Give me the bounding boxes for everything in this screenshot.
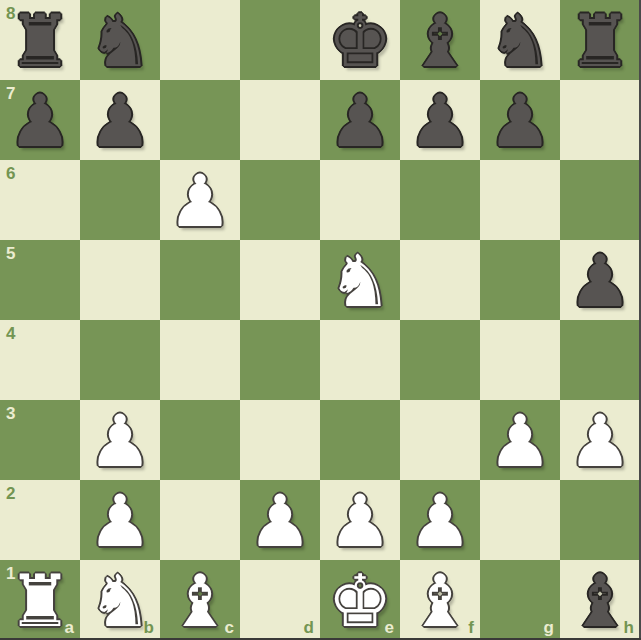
piece-black-knight-g8[interactable]: ♞ [480, 1, 560, 81]
piece-black-bishop-h1[interactable]: ♝ [560, 561, 640, 640]
piece-white-pawn-e2[interactable]: ♟ [320, 481, 400, 561]
square-h5[interactable]: ♟ [560, 240, 640, 320]
square-d7[interactable] [240, 80, 320, 160]
square-h1[interactable]: h♝ [560, 560, 640, 640]
square-g8[interactable]: ♞ [480, 0, 560, 80]
square-f5[interactable] [400, 240, 480, 320]
square-c2[interactable] [160, 480, 240, 560]
square-e7[interactable]: ♟ [320, 80, 400, 160]
piece-black-rook-h8[interactable]: ♜ [560, 1, 640, 81]
square-f8[interactable]: ♝ [400, 0, 480, 80]
square-d5[interactable] [240, 240, 320, 320]
square-c7[interactable] [160, 80, 240, 160]
piece-white-pawn-h3[interactable]: ♟ [560, 401, 640, 481]
piece-black-pawn-b7[interactable]: ♟ [80, 81, 160, 161]
square-e4[interactable] [320, 320, 400, 400]
square-b7[interactable]: ♟ [80, 80, 160, 160]
square-a7[interactable]: 7♟ [0, 80, 80, 160]
square-a8[interactable]: 8♜ [0, 0, 80, 80]
piece-black-rook-a8[interactable]: ♜ [0, 1, 80, 81]
piece-white-bishop-c1[interactable]: ♝ [160, 561, 240, 640]
piece-white-pawn-b2[interactable]: ♟ [80, 481, 160, 561]
square-d6[interactable] [240, 160, 320, 240]
square-c1[interactable]: c♝ [160, 560, 240, 640]
square-g7[interactable]: ♟ [480, 80, 560, 160]
piece-white-knight-b1[interactable]: ♞ [80, 561, 160, 640]
square-e5[interactable]: ♞ [320, 240, 400, 320]
piece-white-rook-a1[interactable]: ♜ [0, 561, 80, 640]
piece-black-pawn-h5[interactable]: ♟ [560, 241, 640, 321]
square-d1[interactable]: d [240, 560, 320, 640]
rank-label-5: 5 [6, 245, 15, 262]
square-f6[interactable] [400, 160, 480, 240]
piece-white-pawn-d2[interactable]: ♟ [240, 481, 320, 561]
piece-black-bishop-f8[interactable]: ♝ [400, 1, 480, 81]
square-a5[interactable]: 5 [0, 240, 80, 320]
piece-white-pawn-g3[interactable]: ♟ [480, 401, 560, 481]
square-h8[interactable]: ♜ [560, 0, 640, 80]
square-g6[interactable] [480, 160, 560, 240]
square-g3[interactable]: ♟ [480, 400, 560, 480]
piece-black-pawn-e7[interactable]: ♟ [320, 81, 400, 161]
square-h4[interactable] [560, 320, 640, 400]
file-label-g: g [544, 619, 554, 636]
square-b5[interactable] [80, 240, 160, 320]
square-g4[interactable] [480, 320, 560, 400]
square-a1[interactable]: 1a♜ [0, 560, 80, 640]
piece-black-pawn-g7[interactable]: ♟ [480, 81, 560, 161]
chessboard-window: 8♜♞♚♝♞♜7♟♟♟♟♟6♟5♞♟43♟♟♟2♟♟♟♟1a♜b♞c♝de♚f♝… [0, 0, 641, 640]
piece-black-knight-b8[interactable]: ♞ [80, 1, 160, 81]
square-b8[interactable]: ♞ [80, 0, 160, 80]
square-a4[interactable]: 4 [0, 320, 80, 400]
square-b6[interactable] [80, 160, 160, 240]
square-g2[interactable] [480, 480, 560, 560]
square-f1[interactable]: f♝ [400, 560, 480, 640]
piece-black-pawn-a7[interactable]: ♟ [0, 81, 80, 161]
square-f3[interactable] [400, 400, 480, 480]
piece-white-pawn-c6[interactable]: ♟ [160, 161, 240, 241]
square-c3[interactable] [160, 400, 240, 480]
square-d4[interactable] [240, 320, 320, 400]
square-g5[interactable] [480, 240, 560, 320]
square-h7[interactable] [560, 80, 640, 160]
square-h6[interactable] [560, 160, 640, 240]
square-e1[interactable]: e♚ [320, 560, 400, 640]
square-c6[interactable]: ♟ [160, 160, 240, 240]
square-f7[interactable]: ♟ [400, 80, 480, 160]
square-c8[interactable] [160, 0, 240, 80]
square-d8[interactable] [240, 0, 320, 80]
square-b4[interactable] [80, 320, 160, 400]
rank-label-2: 2 [6, 485, 15, 502]
square-h3[interactable]: ♟ [560, 400, 640, 480]
square-c4[interactable] [160, 320, 240, 400]
square-d3[interactable] [240, 400, 320, 480]
square-a6[interactable]: 6 [0, 160, 80, 240]
square-f2[interactable]: ♟ [400, 480, 480, 560]
piece-white-pawn-f2[interactable]: ♟ [400, 481, 480, 561]
square-a2[interactable]: 2 [0, 480, 80, 560]
square-e3[interactable] [320, 400, 400, 480]
square-g1[interactable]: g [480, 560, 560, 640]
piece-white-bishop-f1[interactable]: ♝ [400, 561, 480, 640]
square-b1[interactable]: b♞ [80, 560, 160, 640]
square-a3[interactable]: 3 [0, 400, 80, 480]
chess-board: 8♜♞♚♝♞♜7♟♟♟♟♟6♟5♞♟43♟♟♟2♟♟♟♟1a♜b♞c♝de♚f♝… [0, 0, 640, 640]
piece-black-pawn-f7[interactable]: ♟ [400, 81, 480, 161]
square-h2[interactable] [560, 480, 640, 560]
square-d2[interactable]: ♟ [240, 480, 320, 560]
square-f4[interactable] [400, 320, 480, 400]
rank-label-4: 4 [6, 325, 15, 342]
piece-white-pawn-b3[interactable]: ♟ [80, 401, 160, 481]
file-label-d: d [304, 619, 314, 636]
piece-white-king-e1[interactable]: ♚ [320, 561, 400, 640]
piece-black-king-e8[interactable]: ♚ [320, 1, 400, 81]
square-e8[interactable]: ♚ [320, 0, 400, 80]
square-b3[interactable]: ♟ [80, 400, 160, 480]
square-b2[interactable]: ♟ [80, 480, 160, 560]
square-c5[interactable] [160, 240, 240, 320]
square-e2[interactable]: ♟ [320, 480, 400, 560]
rank-label-6: 6 [6, 165, 15, 182]
rank-label-3: 3 [6, 405, 15, 422]
piece-white-knight-e5[interactable]: ♞ [320, 241, 400, 321]
square-e6[interactable] [320, 160, 400, 240]
